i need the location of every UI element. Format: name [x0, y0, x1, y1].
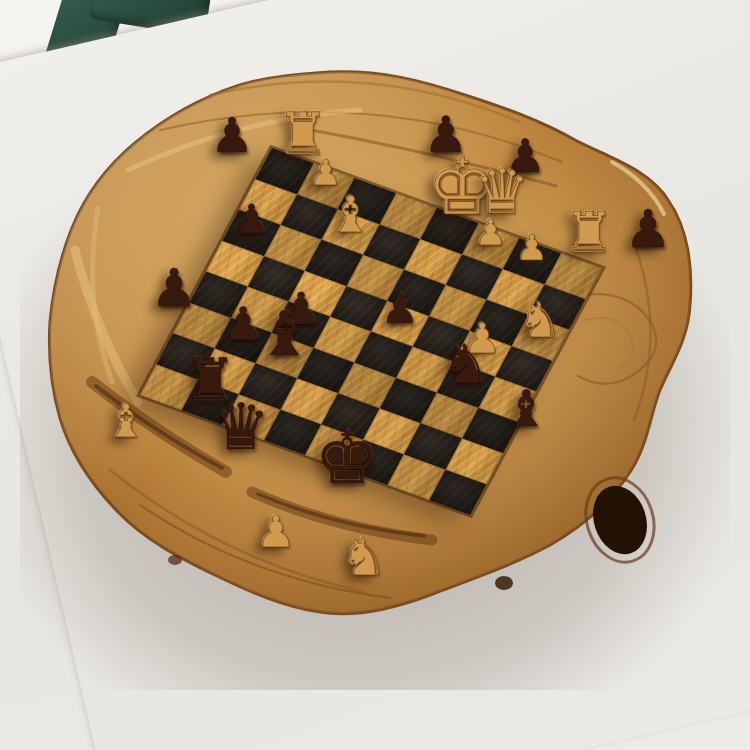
piece-black-knight-g4[interactable]: ♞: [442, 339, 490, 393]
photo-scene: ♟♟♟♝♞♟♟♟♟♟♝♞♜♟♜♟♟♚♛♜♟♝♟♝♛♚♟♞: [0, 0, 750, 750]
piece-black-pawn[interactable]: ♟: [151, 262, 198, 314]
piece-black-pawn[interactable]: ♟: [210, 111, 253, 159]
piece-white-pawn-f8[interactable]: ♟: [474, 215, 506, 251]
piece-white-bishop-c7[interactable]: ♝: [328, 189, 373, 239]
piece-white-knight[interactable]: ♞: [341, 531, 388, 583]
piece-black-pawn[interactable]: ♟: [625, 203, 672, 255]
piece-white-knight-h6[interactable]: ♞: [518, 296, 562, 345]
piece-black-pawn-a6[interactable]: ♟: [233, 199, 269, 239]
piece-white-pawn[interactable]: ♟: [256, 510, 295, 554]
piece-black-bishop-c3[interactable]: ♝: [257, 303, 312, 364]
piece-black-bishop[interactable]: ♝: [504, 384, 549, 434]
pieces-layer: ♟♟♟♝♞♟♟♟♟♟♝♞♜♟♜♟♟♚♛♜♟♝♟♝♛♚♟♞: [0, 0, 750, 750]
piece-white-bishop[interactable]: ♝: [105, 398, 146, 444]
piece-black-pawn-e5[interactable]: ♟: [381, 288, 419, 330]
piece-black-king[interactable]: ♚: [315, 422, 380, 494]
piece-white-pawn-g8[interactable]: ♟: [516, 230, 548, 266]
piece-black-queen[interactable]: ♛: [212, 395, 269, 459]
piece-white-rook[interactable]: ♜: [564, 205, 614, 261]
